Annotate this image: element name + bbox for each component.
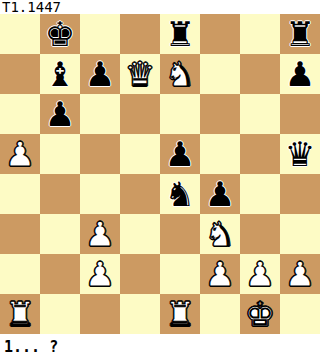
white-rook[interactable]: ♜ [165, 297, 195, 331]
square-f4[interactable]: ♟ [200, 174, 240, 214]
square-g8[interactable] [240, 14, 280, 54]
white-knight[interactable]: ♞ [205, 217, 235, 251]
square-c2[interactable]: ♟ [80, 254, 120, 294]
square-a5[interactable]: ♟ [0, 134, 40, 174]
square-a7[interactable] [0, 54, 40, 94]
square-f1[interactable] [200, 294, 240, 334]
square-c5[interactable] [80, 134, 120, 174]
square-b3[interactable] [40, 214, 80, 254]
square-a4[interactable] [0, 174, 40, 214]
square-d2[interactable] [120, 254, 160, 294]
square-g2[interactable]: ♟ [240, 254, 280, 294]
square-b6[interactable]: ♟ [40, 94, 80, 134]
black-pawn[interactable]: ♟ [85, 57, 115, 91]
square-b8[interactable]: ♚ [40, 14, 80, 54]
black-pawn[interactable]: ♟ [45, 97, 75, 131]
square-g4[interactable] [240, 174, 280, 214]
square-f8[interactable] [200, 14, 240, 54]
white-pawn[interactable]: ♟ [285, 257, 315, 291]
square-f6[interactable] [200, 94, 240, 134]
square-e2[interactable] [160, 254, 200, 294]
move-prompt: 1... ? [0, 334, 320, 360]
square-e3[interactable] [160, 214, 200, 254]
black-queen[interactable]: ♛ [285, 137, 315, 171]
square-d5[interactable] [120, 134, 160, 174]
black-bishop[interactable]: ♝ [45, 57, 75, 91]
square-d7[interactable]: ♛ [120, 54, 160, 94]
square-a1[interactable]: ♜ [0, 294, 40, 334]
square-d4[interactable] [120, 174, 160, 214]
chess-board: ♚♜♜♝♟♛♞♟♟♟♟♛♞♟♟♞♟♟♟♟♜♜♚ [0, 14, 320, 334]
square-h8[interactable]: ♜ [280, 14, 320, 54]
square-g3[interactable] [240, 214, 280, 254]
square-g6[interactable] [240, 94, 280, 134]
square-g7[interactable] [240, 54, 280, 94]
square-f3[interactable]: ♞ [200, 214, 240, 254]
square-f7[interactable] [200, 54, 240, 94]
square-h3[interactable] [280, 214, 320, 254]
white-pawn[interactable]: ♟ [85, 217, 115, 251]
square-c6[interactable] [80, 94, 120, 134]
black-knight[interactable]: ♞ [165, 177, 195, 211]
black-pawn[interactable]: ♟ [205, 177, 235, 211]
white-knight[interactable]: ♞ [165, 57, 195, 91]
white-pawn[interactable]: ♟ [5, 137, 35, 171]
black-rook[interactable]: ♜ [165, 17, 195, 51]
chess-puzzle-app: T1.1447 ♚♜♜♝♟♛♞♟♟♟♟♛♞♟♟♞♟♟♟♟♜♜♚ 1... ? [0, 0, 320, 360]
square-e8[interactable]: ♜ [160, 14, 200, 54]
square-c7[interactable]: ♟ [80, 54, 120, 94]
square-h5[interactable]: ♛ [280, 134, 320, 174]
puzzle-id: T1.1447 [0, 0, 320, 14]
square-h4[interactable] [280, 174, 320, 214]
white-king[interactable]: ♚ [245, 297, 275, 331]
square-g1[interactable]: ♚ [240, 294, 280, 334]
square-h2[interactable]: ♟ [280, 254, 320, 294]
square-d6[interactable] [120, 94, 160, 134]
square-c3[interactable]: ♟ [80, 214, 120, 254]
white-rook[interactable]: ♜ [5, 297, 35, 331]
white-pawn[interactable]: ♟ [245, 257, 275, 291]
square-f2[interactable]: ♟ [200, 254, 240, 294]
square-f5[interactable] [200, 134, 240, 174]
white-queen[interactable]: ♛ [125, 57, 155, 91]
square-b1[interactable] [40, 294, 80, 334]
square-d3[interactable] [120, 214, 160, 254]
square-h1[interactable] [280, 294, 320, 334]
square-c8[interactable] [80, 14, 120, 54]
white-pawn[interactable]: ♟ [85, 257, 115, 291]
square-a3[interactable] [0, 214, 40, 254]
square-b7[interactable]: ♝ [40, 54, 80, 94]
square-b5[interactable] [40, 134, 80, 174]
square-e7[interactable]: ♞ [160, 54, 200, 94]
black-pawn[interactable]: ♟ [165, 137, 195, 171]
square-a2[interactable] [0, 254, 40, 294]
square-h7[interactable]: ♟ [280, 54, 320, 94]
black-king[interactable]: ♚ [45, 17, 75, 51]
square-c4[interactable] [80, 174, 120, 214]
square-b4[interactable] [40, 174, 80, 214]
square-e4[interactable]: ♞ [160, 174, 200, 214]
black-rook[interactable]: ♜ [285, 17, 315, 51]
square-a6[interactable] [0, 94, 40, 134]
square-c1[interactable] [80, 294, 120, 334]
square-d1[interactable] [120, 294, 160, 334]
black-pawn[interactable]: ♟ [285, 57, 315, 91]
square-b2[interactable] [40, 254, 80, 294]
square-e1[interactable]: ♜ [160, 294, 200, 334]
white-pawn[interactable]: ♟ [205, 257, 235, 291]
square-e6[interactable] [160, 94, 200, 134]
square-d8[interactable] [120, 14, 160, 54]
square-g5[interactable] [240, 134, 280, 174]
square-e5[interactable]: ♟ [160, 134, 200, 174]
square-a8[interactable] [0, 14, 40, 54]
square-h6[interactable] [280, 94, 320, 134]
